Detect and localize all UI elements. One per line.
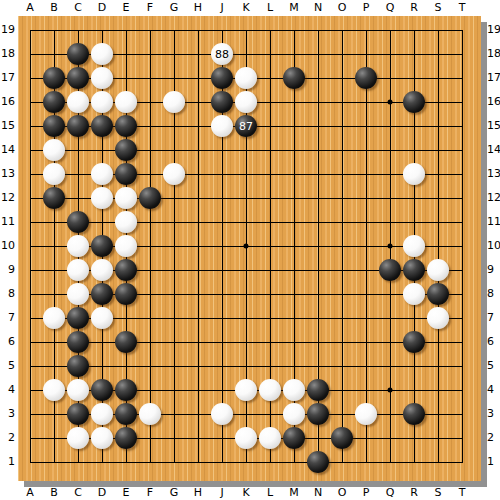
row-label-right-10: 10	[487, 238, 500, 254]
row-label-left-1: 1	[0, 454, 15, 470]
stone-black-B17[interactable]	[43, 67, 65, 89]
column-label-bottom-T: T	[450, 485, 474, 500]
stone-black-E3[interactable]	[115, 403, 137, 425]
stone-white-K2[interactable]	[235, 427, 257, 449]
column-label-bottom-D: D	[90, 485, 114, 500]
stone-white-K16[interactable]	[235, 91, 257, 113]
column-label-top-P: P	[354, 0, 378, 15]
stone-white-C2[interactable]	[67, 427, 89, 449]
goban-diagram: ABCDEFGHJKLMNOPQRST ABCDEFGHJKLMNOPQRST …	[0, 0, 500, 500]
column-label-top-A: A	[18, 0, 42, 15]
row-label-right-6: 6	[487, 334, 500, 350]
stone-white-D9[interactable]	[91, 259, 113, 281]
stone-white-D7[interactable]	[91, 307, 113, 329]
stone-black-E9[interactable]	[115, 259, 137, 281]
row-label-left-11: 11	[0, 214, 15, 230]
stone-white-L4[interactable]	[259, 379, 281, 401]
stone-black-C3[interactable]	[67, 403, 89, 425]
stone-black-R16[interactable]	[403, 91, 425, 113]
stone-white-D3[interactable]	[91, 403, 113, 425]
column-label-bottom-S: S	[426, 485, 450, 500]
row-label-right-4: 4	[487, 382, 500, 398]
grid-line-vertical	[342, 30, 343, 463]
column-label-bottom-Q: Q	[378, 485, 402, 500]
stone-white-K17[interactable]	[235, 67, 257, 89]
stone-white-C10[interactable]	[67, 235, 89, 257]
column-label-bottom-R: R	[402, 485, 426, 500]
row-label-left-18: 18	[0, 46, 15, 62]
stone-black-D4[interactable]	[91, 379, 113, 401]
row-label-left-19: 19	[0, 22, 15, 38]
column-label-top-H: H	[186, 0, 210, 15]
stone-white-B13[interactable]	[43, 163, 65, 185]
stone-white-C9[interactable]	[67, 259, 89, 281]
stone-black-O2[interactable]	[331, 427, 353, 449]
stone-black-F12[interactable]	[139, 187, 161, 209]
column-label-bottom-A: A	[18, 485, 42, 500]
stone-black-M17[interactable]	[283, 67, 305, 89]
stone-white-D12[interactable]	[91, 187, 113, 209]
row-label-right-17: 17	[487, 70, 500, 86]
grid-line-horizontal	[30, 462, 463, 463]
stone-white-B7[interactable]	[43, 307, 65, 329]
row-label-right-11: 11	[487, 214, 500, 230]
stone-white-G13[interactable]	[163, 163, 185, 185]
column-label-bottom-B: B	[42, 485, 66, 500]
row-label-left-5: 5	[0, 358, 15, 374]
stone-white-M4[interactable]	[283, 379, 305, 401]
row-label-left-10: 10	[0, 238, 15, 254]
row-label-right-19: 19	[487, 22, 500, 38]
column-label-bottom-N: N	[306, 485, 330, 500]
stone-black-E2[interactable]	[115, 427, 137, 449]
column-label-top-D: D	[90, 0, 114, 15]
stone-white-C16[interactable]	[67, 91, 89, 113]
stone-black-D10[interactable]	[91, 235, 113, 257]
stone-white-J15[interactable]	[211, 115, 233, 137]
row-label-left-17: 17	[0, 70, 15, 86]
stone-white-C8[interactable]	[67, 283, 89, 305]
column-label-top-C: C	[66, 0, 90, 15]
star-point-Q4	[388, 388, 393, 393]
stone-black-M2[interactable]	[283, 427, 305, 449]
stone-white-F3[interactable]	[139, 403, 161, 425]
stone-white-E16[interactable]	[115, 91, 137, 113]
row-label-left-15: 15	[0, 118, 15, 134]
row-label-right-7: 7	[487, 310, 500, 326]
row-label-left-8: 8	[0, 286, 15, 302]
stone-white-L2[interactable]	[259, 427, 281, 449]
stone-black-S8[interactable]	[427, 283, 449, 305]
grid-line-horizontal	[30, 366, 463, 367]
row-label-left-13: 13	[0, 166, 15, 182]
stone-black-N4[interactable]	[307, 379, 329, 401]
column-label-bottom-K: K	[234, 485, 258, 500]
grid-line-vertical	[366, 30, 367, 463]
row-label-right-9: 9	[487, 262, 500, 278]
stone-black-C18[interactable]	[67, 43, 89, 65]
stone-black-E13[interactable]	[115, 163, 137, 185]
stone-white-J3[interactable]	[211, 403, 233, 425]
stone-white-R10[interactable]	[403, 235, 425, 257]
column-label-top-L: L	[258, 0, 282, 15]
row-label-right-2: 2	[487, 430, 500, 446]
stone-black-C5[interactable]	[67, 355, 89, 377]
stone-white-P3[interactable]	[355, 403, 377, 425]
stone-black-D15[interactable]	[91, 115, 113, 137]
stone-black-R6[interactable]	[403, 331, 425, 353]
stone-white-D13[interactable]	[91, 163, 113, 185]
stone-white-G16[interactable]	[163, 91, 185, 113]
row-label-right-13: 13	[487, 166, 500, 182]
column-label-top-G: G	[162, 0, 186, 15]
stone-white-D18[interactable]	[91, 43, 113, 65]
column-label-top-K: K	[234, 0, 258, 15]
row-label-right-1: 1	[487, 454, 500, 470]
stone-black-N3[interactable]	[307, 403, 329, 425]
row-label-left-14: 14	[0, 142, 15, 158]
grid-line-vertical	[462, 30, 463, 463]
column-label-top-R: R	[402, 0, 426, 15]
column-label-top-O: O	[330, 0, 354, 15]
grid-line-horizontal	[30, 342, 463, 343]
grid-line-vertical	[438, 30, 439, 463]
stone-white-B4[interactable]	[43, 379, 65, 401]
row-label-left-9: 9	[0, 262, 15, 278]
move-87-stone-black-K15[interactable]: 87	[235, 115, 257, 137]
column-label-bottom-P: P	[354, 485, 378, 500]
stone-white-K4[interactable]	[235, 379, 257, 401]
stone-black-C15[interactable]	[67, 115, 89, 137]
column-label-top-F: F	[138, 0, 162, 15]
stone-white-D17[interactable]	[91, 67, 113, 89]
row-label-left-12: 12	[0, 190, 15, 206]
row-label-left-3: 3	[0, 406, 15, 422]
stone-white-C4[interactable]	[67, 379, 89, 401]
stone-white-D16[interactable]	[91, 91, 113, 113]
stone-black-C11[interactable]	[67, 211, 89, 233]
column-label-top-T: T	[450, 0, 474, 15]
column-label-bottom-O: O	[330, 485, 354, 500]
row-label-left-7: 7	[0, 310, 15, 326]
stone-black-E4[interactable]	[115, 379, 137, 401]
column-label-top-B: B	[42, 0, 66, 15]
stone-black-C7[interactable]	[67, 307, 89, 329]
row-label-left-4: 4	[0, 382, 15, 398]
row-label-left-6: 6	[0, 334, 15, 350]
stone-black-R3[interactable]	[403, 403, 425, 425]
row-label-left-16: 16	[0, 94, 15, 110]
stone-black-E14[interactable]	[115, 139, 137, 161]
column-label-bottom-J: J	[210, 485, 234, 500]
column-label-top-N: N	[306, 0, 330, 15]
row-label-right-8: 8	[487, 286, 500, 302]
stone-black-E15[interactable]	[115, 115, 137, 137]
stone-white-M3[interactable]	[283, 403, 305, 425]
stone-white-E12[interactable]	[115, 187, 137, 209]
stone-white-S7[interactable]	[427, 307, 449, 329]
stone-white-B14[interactable]	[43, 139, 65, 161]
column-label-top-J: J	[210, 0, 234, 15]
row-label-right-16: 16	[487, 94, 500, 110]
stone-black-P17[interactable]	[355, 67, 377, 89]
star-point-K10	[244, 244, 249, 249]
column-label-bottom-L: L	[258, 485, 282, 500]
column-label-top-E: E	[114, 0, 138, 15]
stone-black-C17[interactable]	[67, 67, 89, 89]
column-label-top-M: M	[282, 0, 306, 15]
stone-black-J16[interactable]	[211, 91, 233, 113]
row-label-left-2: 2	[0, 430, 15, 446]
stone-black-E8[interactable]	[115, 283, 137, 305]
row-label-right-15: 15	[487, 118, 500, 134]
row-label-right-12: 12	[487, 190, 500, 206]
stone-black-B15[interactable]	[43, 115, 65, 137]
stone-white-E10[interactable]	[115, 235, 137, 257]
column-label-bottom-E: E	[114, 485, 138, 500]
row-label-right-14: 14	[487, 142, 500, 158]
row-label-right-3: 3	[487, 406, 500, 422]
stone-black-B16[interactable]	[43, 91, 65, 113]
row-label-right-18: 18	[487, 46, 500, 62]
stone-black-Q9[interactable]	[379, 259, 401, 281]
stone-black-D8[interactable]	[91, 283, 113, 305]
column-label-bottom-M: M	[282, 485, 306, 500]
column-label-top-S: S	[426, 0, 450, 15]
star-point-Q10	[388, 244, 393, 249]
column-label-bottom-G: G	[162, 485, 186, 500]
column-label-bottom-H: H	[186, 485, 210, 500]
stone-black-N1[interactable]	[307, 451, 329, 473]
go-board[interactable]: 8887	[18, 16, 481, 481]
stone-black-B12[interactable]	[43, 187, 65, 209]
stone-white-D2[interactable]	[91, 427, 113, 449]
stone-white-S9[interactable]	[427, 259, 449, 281]
column-label-bottom-C: C	[66, 485, 90, 500]
stone-black-J17[interactable]	[211, 67, 233, 89]
stone-white-R13[interactable]	[403, 163, 425, 185]
stone-white-E11[interactable]	[115, 211, 137, 233]
stone-black-C6[interactable]	[67, 331, 89, 353]
move-88-stone-white-J18[interactable]: 88	[211, 43, 233, 65]
star-point-Q16	[388, 100, 393, 105]
stone-black-E6[interactable]	[115, 331, 137, 353]
stone-white-R8[interactable]	[403, 283, 425, 305]
stone-black-R9[interactable]	[403, 259, 425, 281]
column-label-bottom-F: F	[138, 485, 162, 500]
column-label-top-Q: Q	[378, 0, 402, 15]
row-label-right-5: 5	[487, 358, 500, 374]
